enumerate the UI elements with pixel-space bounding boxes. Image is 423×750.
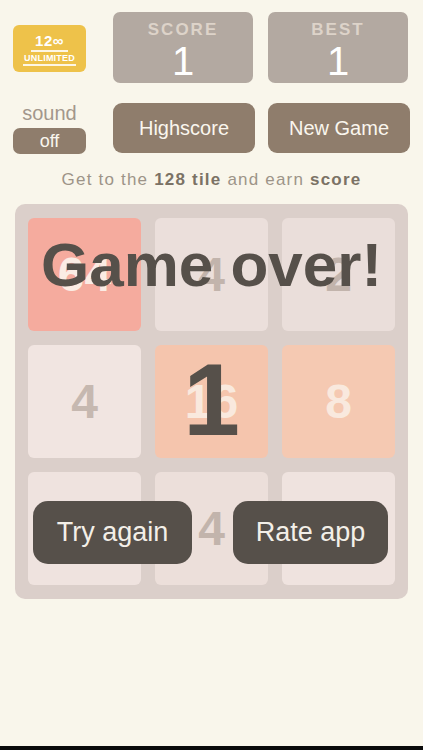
sound-off-button[interactable]: off	[13, 128, 86, 154]
screen-bottom-edge	[0, 746, 423, 750]
game-over-overlay: Game over! 1 Try again Rate app	[15, 204, 408, 599]
score-box: SCORE 1	[113, 12, 253, 83]
tagline-score-word: score	[310, 170, 361, 189]
score-label: SCORE	[113, 20, 253, 40]
tagline: Get to the 128 tile and earn score	[0, 170, 423, 190]
best-box: BEST 1	[268, 12, 408, 83]
best-label: BEST	[268, 20, 408, 40]
rate-app-button[interactable]: Rate app	[233, 501, 388, 564]
final-score: 1	[15, 349, 408, 451]
tagline-goal: 128 tile	[154, 170, 221, 189]
sound-label: sound	[13, 102, 86, 125]
tagline-part1: Get to the	[62, 170, 149, 189]
new-game-button[interactable]: New Game	[268, 103, 410, 153]
highscore-button[interactable]: Highscore	[113, 103, 255, 153]
app-screen: 12∞ UNLIMITED SCORE 1 BEST 1 sound off H…	[0, 0, 423, 750]
score-value: 1	[113, 40, 253, 82]
best-value: 1	[268, 40, 408, 82]
try-again-button[interactable]: Try again	[33, 501, 192, 564]
game-board: 64 4 2 4 16 8 4 Game over! 1 Try again R…	[15, 204, 408, 599]
badge-mode-label: 12∞	[31, 32, 68, 52]
unlimited-badge[interactable]: 12∞ UNLIMITED	[13, 25, 86, 72]
game-over-title: Game over!	[15, 234, 408, 296]
tagline-part3: and earn	[227, 170, 304, 189]
badge-unlimited-label: UNLIMITED	[23, 52, 76, 66]
